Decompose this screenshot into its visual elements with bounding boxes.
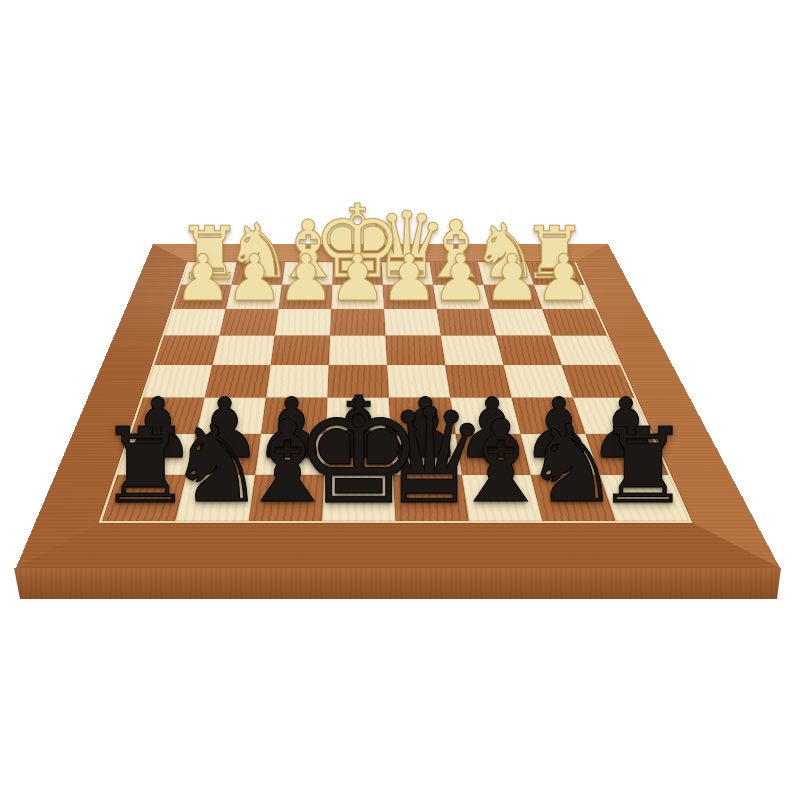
white-pawn[interactable]: ♟ [329, 247, 386, 311]
black-rook[interactable]: ♜ [99, 414, 192, 518]
board-photo: ♜♞♝♛♚♝♞♜♟♟♟♟♟♟♟♟♟♟♟♟♟♟♟♟♜♞♝♛♚♝♞♜ [0, 0, 800, 800]
white-pawn[interactable]: ♟ [380, 247, 437, 311]
white-pawn[interactable]: ♟ [432, 247, 489, 311]
board-front-edge [0, 568, 800, 599]
square-f4[interactable] [271, 336, 330, 365]
white-pawn[interactable]: ♟ [484, 247, 541, 311]
square-a4[interactable] [551, 336, 619, 365]
white-pawn[interactable]: ♟ [277, 247, 334, 311]
white-pawn[interactable]: ♟ [226, 247, 283, 311]
square-c4[interactable] [441, 336, 504, 365]
white-pawn[interactable]: ♟ [174, 247, 231, 311]
square-e4[interactable] [329, 336, 387, 365]
square-b4[interactable] [496, 336, 562, 365]
white-pawn[interactable]: ♟ [535, 247, 592, 311]
square-d4[interactable] [385, 336, 445, 365]
square-g4[interactable] [212, 336, 274, 365]
square-h4[interactable] [154, 336, 219, 365]
